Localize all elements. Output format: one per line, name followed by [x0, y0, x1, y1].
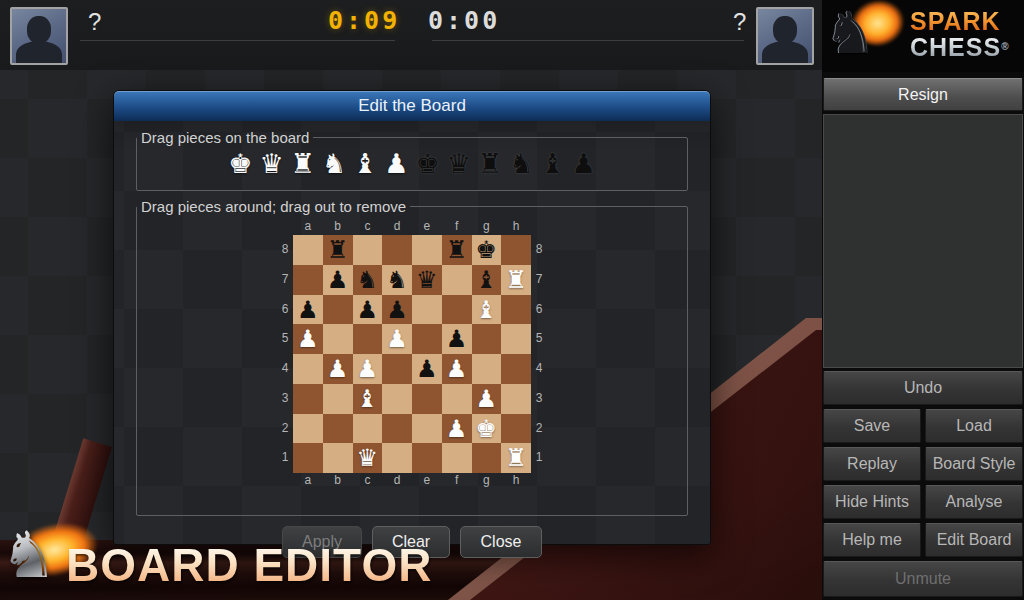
piece-wB-c3[interactable]: ♝ — [353, 384, 383, 414]
avatar-silhouette-head — [773, 16, 797, 43]
square-f1[interactable] — [442, 443, 472, 473]
square-d5[interactable]: ♟ — [382, 324, 412, 354]
save-button[interactable]: Save — [823, 409, 921, 443]
square-d1[interactable] — [382, 443, 412, 473]
piece-bQ-e7[interactable]: ♛ — [412, 265, 442, 295]
piece-bP-b7[interactable]: ♟ — [323, 265, 353, 295]
unmute-button[interactable]: Unmute — [823, 561, 1023, 597]
square-f4[interactable]: ♟ — [442, 354, 472, 384]
square-d3[interactable] — [382, 384, 412, 414]
avatar-silhouette-head — [27, 16, 51, 43]
rank-labels-right: 87654321 — [531, 235, 547, 473]
square-f6[interactable] — [442, 295, 472, 325]
logo-text: SPARK CHESS® — [910, 8, 1010, 60]
rank-labels-left: 87654321 — [277, 235, 293, 473]
palette-fieldset: Drag pieces on the board ♚♛♜♞♝♟♚♛♜♞♝♟ — [136, 129, 688, 191]
rank-label: 2 — [277, 414, 293, 444]
file-label: a — [293, 473, 323, 489]
rank-label: 4 — [277, 354, 293, 384]
palette-piece-wK[interactable]: ♚ — [228, 149, 252, 179]
board-legend: Drag pieces around; drag out to remove — [137, 198, 410, 215]
piece-bP-d6[interactable]: ♟ — [382, 295, 412, 325]
piece-bB-g7[interactable]: ♝ — [472, 265, 502, 295]
piece-bP-a6[interactable]: ♟ — [293, 295, 323, 325]
clock-black: 0:00 — [428, 6, 500, 35]
rank-label: 7 — [277, 265, 293, 295]
file-label: a — [293, 219, 323, 235]
square-e5[interactable] — [412, 324, 442, 354]
palette-piece-wB[interactable]: ♝ — [353, 149, 377, 179]
square-h6[interactable] — [501, 295, 531, 325]
sparkchess-logo: ♞ SPARK CHESS® — [822, 0, 1024, 72]
square-g2[interactable]: ♚ — [472, 414, 502, 444]
file-labels-top: abcdefgh — [293, 219, 531, 235]
square-c7[interactable]: ♞ — [353, 265, 383, 295]
palette-legend: Drag pieces on the board — [137, 129, 313, 146]
clock-white: 0:09 — [328, 6, 400, 35]
square-h1[interactable]: ♜ — [501, 443, 531, 473]
square-h2[interactable] — [501, 414, 531, 444]
square-b5[interactable] — [323, 324, 353, 354]
palette-piece-wR[interactable]: ♜ — [291, 149, 315, 179]
square-d2[interactable] — [382, 414, 412, 444]
piece-bN-d7[interactable]: ♞ — [382, 265, 412, 295]
square-c2[interactable] — [353, 414, 383, 444]
player-right-avatar — [756, 7, 814, 65]
rank-label: 8 — [531, 235, 547, 265]
piece-bR-b8[interactable]: ♜ — [323, 235, 353, 265]
square-f5[interactable]: ♟ — [442, 324, 472, 354]
square-c4[interactable]: ♟ — [353, 354, 383, 384]
rank-label: 5 — [277, 324, 293, 354]
piece-wK-g2[interactable]: ♚ — [472, 414, 502, 444]
square-b2[interactable] — [323, 414, 353, 444]
square-c5[interactable] — [353, 324, 383, 354]
square-c1[interactable]: ♛ — [353, 443, 383, 473]
piece-bK-g8[interactable]: ♚ — [472, 235, 502, 265]
rank-label: 8 — [277, 235, 293, 265]
piece-bN-c7[interactable]: ♞ — [353, 265, 383, 295]
resign-button[interactable]: Resign — [823, 78, 1023, 111]
player-left-avatar — [10, 7, 68, 65]
file-label: d — [382, 473, 412, 489]
load-button[interactable]: Load — [925, 409, 1023, 443]
square-h8[interactable] — [501, 235, 531, 265]
square-g6[interactable]: ♝ — [472, 295, 502, 325]
file-label: d — [382, 219, 412, 235]
rank-label: 6 — [277, 295, 293, 325]
rank-label: 3 — [531, 384, 547, 414]
rank-label: 7 — [531, 265, 547, 295]
hide-hints-button[interactable]: Hide Hints — [823, 485, 921, 519]
palette-piece-bB[interactable]: ♝ — [540, 149, 564, 179]
square-e8[interactable] — [412, 235, 442, 265]
piece-bP-f5[interactable]: ♟ — [442, 324, 472, 354]
square-e7[interactable]: ♛ — [412, 265, 442, 295]
square-a8[interactable] — [293, 235, 323, 265]
square-b4[interactable]: ♟ — [323, 354, 353, 384]
file-label: h — [501, 473, 531, 489]
logo-word-spark: SPARK — [910, 8, 1010, 34]
board-fieldset: Drag pieces around; drag out to remove a… — [136, 198, 688, 516]
piece-bP-e4[interactable]: ♟ — [412, 354, 442, 384]
player-right-name: ? — [733, 8, 746, 36]
square-h7[interactable]: ♜ — [501, 265, 531, 295]
piece-palette: ♚♛♜♞♝♟♚♛♜♞♝♟ — [137, 146, 687, 179]
registered-mark: ® — [1001, 41, 1009, 52]
board-with-coordinates: abcdefgh 87654321 ♜♜♚♟♞♞♛♝♜♟♟♟♝♟♟♟♟♟♟♟♝♟… — [277, 219, 547, 489]
piece-wP-a5[interactable]: ♟ — [293, 324, 323, 354]
square-h4[interactable] — [501, 354, 531, 384]
file-labels-bottom: abcdefgh — [293, 473, 531, 489]
file-label: h — [501, 219, 531, 235]
palette-piece-bP[interactable]: ♟ — [572, 149, 596, 179]
square-b3[interactable] — [323, 384, 353, 414]
square-g8[interactable]: ♚ — [472, 235, 502, 265]
square-a3[interactable] — [293, 384, 323, 414]
board-editor-banner: ♞ BOARD EDITOR — [0, 512, 560, 600]
avatar-silhouette-torso — [762, 41, 808, 65]
undo-button[interactable]: Undo — [823, 371, 1023, 405]
help-me-button[interactable]: Help me — [823, 523, 921, 557]
avatar-silhouette-torso — [16, 41, 62, 65]
rank-label: 2 — [531, 414, 547, 444]
piece-wP-b4[interactable]: ♟ — [323, 354, 353, 384]
square-c3[interactable]: ♝ — [353, 384, 383, 414]
board-style-button[interactable]: Board Style — [925, 447, 1023, 481]
square-c6[interactable]: ♟ — [353, 295, 383, 325]
rank-label: 1 — [531, 443, 547, 473]
player-right-divider — [432, 40, 744, 41]
piece-bP-c6[interactable]: ♟ — [353, 295, 383, 325]
player-left-divider — [80, 40, 395, 41]
dialog-title: Edit the Board — [114, 91, 710, 121]
square-h5[interactable] — [501, 324, 531, 354]
square-f3[interactable] — [442, 384, 472, 414]
square-a6[interactable]: ♟ — [293, 295, 323, 325]
square-d7[interactable]: ♞ — [382, 265, 412, 295]
file-label: c — [353, 473, 383, 489]
file-label: g — [472, 219, 502, 235]
palette-piece-bQ[interactable]: ♛ — [447, 149, 471, 179]
square-f2[interactable]: ♟ — [442, 414, 472, 444]
square-b6[interactable] — [323, 295, 353, 325]
piece-wP-f2[interactable]: ♟ — [442, 414, 472, 444]
square-b8[interactable]: ♜ — [323, 235, 353, 265]
piece-wR-h7[interactable]: ♜ — [501, 265, 531, 295]
file-label: g — [472, 473, 502, 489]
square-a2[interactable] — [293, 414, 323, 444]
square-g3[interactable]: ♟ — [472, 384, 502, 414]
banner-title: BOARD EDITOR — [66, 538, 432, 592]
file-label: c — [353, 219, 383, 235]
square-g5[interactable] — [472, 324, 502, 354]
square-d6[interactable]: ♟ — [382, 295, 412, 325]
square-h3[interactable] — [501, 384, 531, 414]
square-f8[interactable]: ♜ — [442, 235, 472, 265]
square-b7[interactable]: ♟ — [323, 265, 353, 295]
logo-word-chess: CHESS — [910, 33, 1001, 61]
square-e3[interactable] — [412, 384, 442, 414]
piece-wP-c4[interactable]: ♟ — [353, 354, 383, 384]
file-label: e — [412, 473, 442, 489]
square-e2[interactable] — [412, 414, 442, 444]
square-a1[interactable] — [293, 443, 323, 473]
sparkchess-app: ? 0:09 0:00 ? ♞ SPARK CHESS® Resign Undo… — [0, 0, 1024, 600]
square-b1[interactable] — [323, 443, 353, 473]
square-e4[interactable]: ♟ — [412, 354, 442, 384]
square-d4[interactable] — [382, 354, 412, 384]
file-label: f — [442, 473, 472, 489]
square-g1[interactable] — [472, 443, 502, 473]
rank-label: 5 — [531, 324, 547, 354]
rank-label: 6 — [531, 295, 547, 325]
square-f7[interactable] — [442, 265, 472, 295]
square-g4[interactable] — [472, 354, 502, 384]
edit-board-dialog: Edit the Board Drag pieces on the board … — [113, 90, 711, 545]
chess-board: ♜♜♚♟♞♞♛♝♜♟♟♟♝♟♟♟♟♟♟♟♝♟♟♚♛♜ — [293, 235, 531, 473]
file-label: b — [323, 473, 353, 489]
replay-button[interactable]: Replay — [823, 447, 921, 481]
square-e6[interactable] — [412, 295, 442, 325]
dialog-body: Drag pieces on the board ♚♛♜♞♝♟♚♛♜♞♝♟ Dr… — [114, 121, 710, 558]
piece-wP-d5[interactable]: ♟ — [382, 324, 412, 354]
square-d8[interactable] — [382, 235, 412, 265]
palette-piece-wQ[interactable]: ♛ — [259, 149, 283, 179]
piece-wQ-c1[interactable]: ♛ — [353, 443, 383, 473]
piece-wP-g3[interactable]: ♟ — [472, 384, 502, 414]
knight-icon: ♞ — [824, 2, 876, 64]
file-label: e — [412, 219, 442, 235]
edit-board-button[interactable]: Edit Board — [925, 523, 1023, 557]
file-label: b — [323, 219, 353, 235]
palette-piece-bK[interactable]: ♚ — [416, 149, 440, 179]
rank-label: 4 — [531, 354, 547, 384]
square-e1[interactable] — [412, 443, 442, 473]
move-list-panel[interactable] — [823, 114, 1023, 368]
square-c8[interactable] — [353, 235, 383, 265]
square-g7[interactable]: ♝ — [472, 265, 502, 295]
rank-label: 1 — [277, 443, 293, 473]
top-player-bar: ? 0:09 0:00 ? — [0, 0, 822, 70]
chrome-knight-icon: ♞ — [0, 520, 57, 590]
piece-wB-g6[interactable]: ♝ — [472, 295, 502, 325]
piece-wR-h1[interactable]: ♜ — [501, 443, 531, 473]
sidebar: ♞ SPARK CHESS® Resign Undo Save Load Rep… — [822, 0, 1024, 600]
rank-label: 3 — [277, 384, 293, 414]
square-a5[interactable]: ♟ — [293, 324, 323, 354]
piece-wP-f4[interactable]: ♟ — [442, 354, 472, 384]
palette-piece-wN[interactable]: ♞ — [322, 149, 346, 179]
player-left-name: ? — [88, 8, 101, 36]
square-a7[interactable] — [293, 265, 323, 295]
palette-piece-wP[interactable]: ♟ — [384, 149, 408, 179]
analyse-button[interactable]: Analyse — [925, 485, 1023, 519]
palette-piece-bN[interactable]: ♞ — [509, 149, 533, 179]
palette-piece-bR[interactable]: ♜ — [478, 149, 502, 179]
square-a4[interactable] — [293, 354, 323, 384]
file-label: f — [442, 219, 472, 235]
piece-bR-f8[interactable]: ♜ — [442, 235, 472, 265]
